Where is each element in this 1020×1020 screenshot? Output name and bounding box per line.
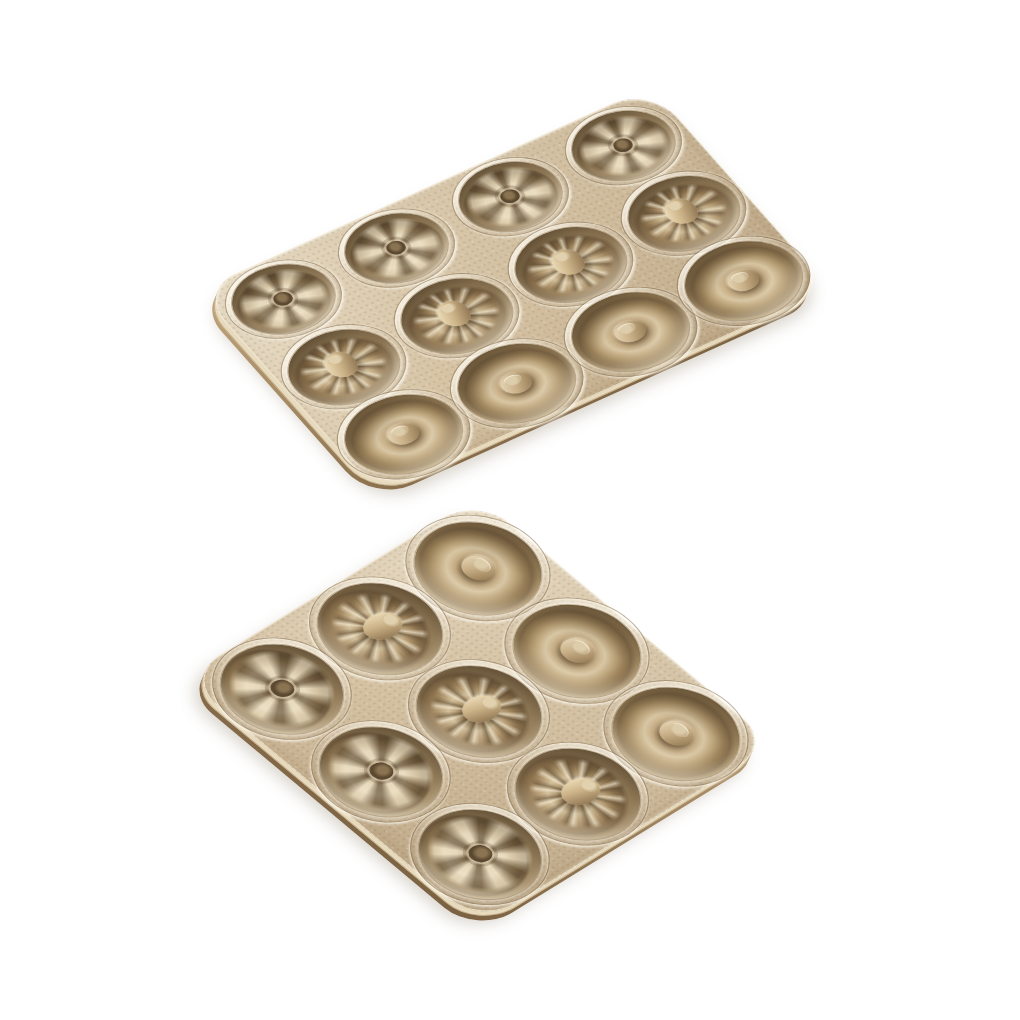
pan-9-cavity-tray bbox=[183, 497, 774, 926]
cavity-center-cone bbox=[659, 195, 704, 228]
cavity-center-cone bbox=[319, 348, 364, 381]
cavity-center-hole bbox=[497, 187, 523, 205]
cavity-center-cone bbox=[454, 689, 509, 728]
cavity-center-post bbox=[495, 368, 537, 397]
cavity-center-hole bbox=[383, 239, 409, 257]
cavity-center-hole bbox=[610, 136, 636, 154]
cavity-center-cone bbox=[545, 246, 590, 279]
cavity-center-hole bbox=[365, 759, 397, 782]
cavity-center-post bbox=[455, 551, 503, 585]
cavity-center-post bbox=[382, 419, 424, 448]
cavity-center-cone bbox=[355, 607, 410, 646]
cavity-center-hole bbox=[270, 290, 296, 308]
cavity-center-post bbox=[653, 716, 701, 750]
pan-9-surface bbox=[183, 497, 774, 926]
cavity-center-hole bbox=[464, 842, 496, 865]
cavity-center-cone bbox=[432, 297, 477, 330]
cavity-center-post bbox=[722, 266, 764, 295]
cavity-center-post bbox=[554, 633, 602, 667]
cavity-center-hole bbox=[266, 677, 298, 700]
product-photo bbox=[0, 0, 1020, 1020]
cavity-center-cone bbox=[553, 772, 608, 811]
cavity-center-post bbox=[609, 317, 651, 346]
pan-12-cavity-tray bbox=[197, 86, 830, 493]
